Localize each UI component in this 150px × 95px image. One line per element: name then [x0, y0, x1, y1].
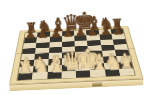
- square-c1[interactable]: ♝: [47, 71, 62, 79]
- piece-black-pawn[interactable]: ♟: [61, 26, 74, 39]
- piece-black-pawn[interactable]: ♟: [24, 28, 37, 41]
- square-b1[interactable]: ♞: [32, 72, 47, 80]
- piece-black-pawn[interactable]: ♟: [99, 24, 112, 37]
- chess-board[interactable]: ♜♞♝♛♚♝♞♜♟♟♟♟♟♟♟♟♟♟♟♟♟♟♟♟♜♞♝♛♚♝♞♜: [16, 28, 135, 81]
- board-tilt-wrapper: ♜♞♝♛♚♝♞♜♟♟♟♟♟♟♟♟♟♟♟♟♟♟♟♟♜♞♝♛♚♝♞♜: [0, 0, 150, 95]
- piece-white-bishop[interactable]: ♝: [89, 51, 104, 73]
- piece-white-queen[interactable]: ♛: [60, 49, 76, 75]
- piece-white-rook[interactable]: ♜: [119, 55, 134, 72]
- chess-board-box[interactable]: ♜♞♝♛♚♝♞♜♟♟♟♟♟♟♟♟♟♟♟♟♟♟♟♟♜♞♝♛♚♝♞♜: [9, 26, 143, 84]
- square-e1[interactable]: ♚: [76, 70, 91, 78]
- square-d1[interactable]: ♛: [61, 71, 76, 79]
- piece-white-knight[interactable]: ♞: [104, 53, 119, 73]
- chess-set-photo: ♜♞♝♛♚♝♞♜♟♟♟♟♟♟♟♟♟♟♟♟♟♟♟♟♜♞♝♛♚♝♞♜: [0, 0, 150, 95]
- piece-black-pawn[interactable]: ♟: [49, 27, 62, 40]
- piece-black-pawn[interactable]: ♟: [74, 26, 87, 39]
- square-h1[interactable]: ♜: [119, 68, 135, 75]
- piece-white-rook[interactable]: ♜: [17, 60, 32, 77]
- brass-clasp-icon: [92, 82, 102, 86]
- piece-black-pawn[interactable]: ♟: [111, 24, 124, 37]
- square-g1[interactable]: ♞: [104, 69, 120, 76]
- box-front-panel: [9, 79, 143, 92]
- square-a1[interactable]: ♜: [18, 73, 33, 81]
- piece-white-bishop[interactable]: ♝: [46, 53, 61, 75]
- piece-black-pawn[interactable]: ♟: [36, 27, 49, 40]
- square-f1[interactable]: ♝: [90, 70, 105, 78]
- piece-white-knight[interactable]: ♞: [32, 56, 47, 76]
- piece-black-pawn[interactable]: ♟: [86, 25, 99, 38]
- piece-white-king[interactable]: ♚: [75, 45, 91, 74]
